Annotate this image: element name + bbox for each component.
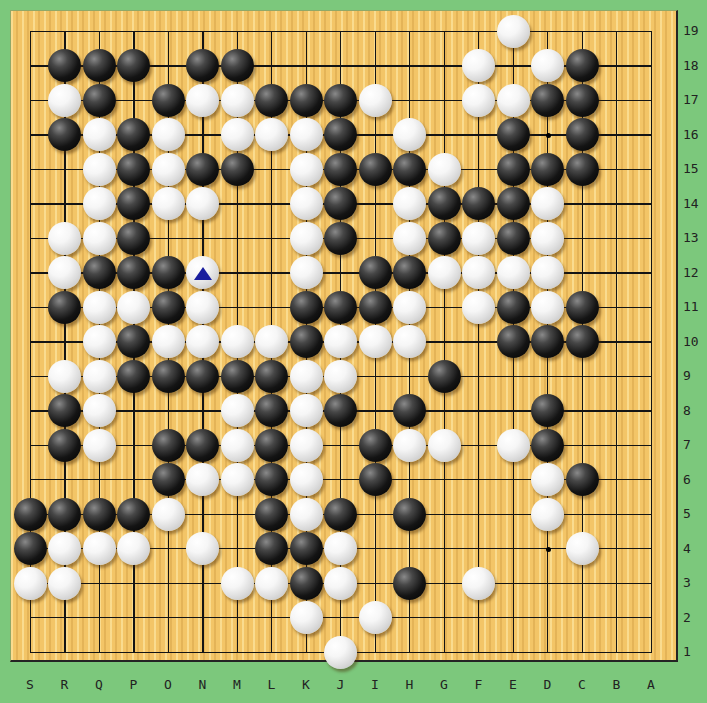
board-cell[interactable] <box>392 531 427 566</box>
board-cell[interactable] <box>116 566 151 601</box>
board-cell[interactable] <box>392 83 427 118</box>
board-cell[interactable] <box>323 324 358 359</box>
board-cell[interactable] <box>254 324 289 359</box>
board-cell[interactable] <box>496 14 531 49</box>
board-cell[interactable] <box>461 221 496 256</box>
board-cell[interactable] <box>530 14 565 49</box>
board-cell[interactable] <box>427 221 462 256</box>
board-cell[interactable] <box>289 221 324 256</box>
board-cell[interactable] <box>358 152 393 187</box>
board-cell[interactable] <box>82 290 117 325</box>
board-cell[interactable] <box>461 600 496 635</box>
board-cell[interactable] <box>185 152 220 187</box>
board-cell[interactable] <box>565 359 600 394</box>
board-cell[interactable] <box>116 255 151 290</box>
board-cell[interactable] <box>496 635 531 670</box>
board-cell[interactable] <box>599 48 634 83</box>
board-cell[interactable] <box>82 324 117 359</box>
board-cell[interactable] <box>461 531 496 566</box>
board-cell[interactable] <box>185 117 220 152</box>
board-cell[interactable] <box>82 531 117 566</box>
board-cell[interactable] <box>565 14 600 49</box>
board-cell[interactable] <box>220 600 255 635</box>
board-cell[interactable] <box>634 497 669 532</box>
board-cell[interactable] <box>461 290 496 325</box>
board-cell[interactable] <box>323 221 358 256</box>
board-cell[interactable] <box>47 393 82 428</box>
board-cell[interactable] <box>151 221 186 256</box>
board-cell[interactable] <box>496 359 531 394</box>
board-cell[interactable] <box>323 497 358 532</box>
board-cell[interactable] <box>427 324 462 359</box>
board-cell[interactable] <box>427 393 462 428</box>
board-cell[interactable] <box>151 290 186 325</box>
board-cell[interactable] <box>13 324 48 359</box>
board-cell[interactable] <box>289 324 324 359</box>
board-cell[interactable] <box>323 14 358 49</box>
board-cell[interactable] <box>289 566 324 601</box>
board-cell[interactable] <box>151 497 186 532</box>
board-cell[interactable] <box>496 531 531 566</box>
board-cell[interactable] <box>47 531 82 566</box>
board-cell[interactable] <box>496 497 531 532</box>
board-cell[interactable] <box>289 600 324 635</box>
board-cell[interactable] <box>358 393 393 428</box>
board-cell[interactable] <box>151 428 186 463</box>
board-cell[interactable] <box>323 359 358 394</box>
board-cell[interactable] <box>530 462 565 497</box>
board-cell[interactable] <box>254 290 289 325</box>
board-cell[interactable] <box>530 359 565 394</box>
board-cell[interactable] <box>185 186 220 221</box>
board-cell[interactable] <box>323 462 358 497</box>
board-cell[interactable] <box>116 221 151 256</box>
board-cell[interactable] <box>116 324 151 359</box>
board-cell[interactable] <box>151 462 186 497</box>
board-cell[interactable] <box>358 14 393 49</box>
board-cell[interactable] <box>13 83 48 118</box>
board-cell[interactable] <box>13 566 48 601</box>
board-cell[interactable] <box>116 600 151 635</box>
board-cell[interactable] <box>151 48 186 83</box>
board-cell[interactable] <box>530 600 565 635</box>
board-cell[interactable] <box>599 14 634 49</box>
board-cell[interactable] <box>185 255 220 290</box>
board-cell[interactable] <box>565 48 600 83</box>
board-cell[interactable] <box>634 531 669 566</box>
board-cell[interactable] <box>185 428 220 463</box>
board-cell[interactable] <box>392 635 427 670</box>
board-cell[interactable] <box>565 290 600 325</box>
board-cell[interactable] <box>289 255 324 290</box>
board-cell[interactable] <box>289 186 324 221</box>
board-cell[interactable] <box>47 255 82 290</box>
board-cell[interactable] <box>13 428 48 463</box>
board-cell[interactable] <box>565 428 600 463</box>
board-cell[interactable] <box>13 117 48 152</box>
board-cell[interactable] <box>254 635 289 670</box>
board-cell[interactable] <box>289 635 324 670</box>
board-cell[interactable] <box>392 462 427 497</box>
board-cell[interactable] <box>461 152 496 187</box>
board-cell[interactable] <box>47 48 82 83</box>
board-cell[interactable] <box>82 152 117 187</box>
board-cell[interactable] <box>47 221 82 256</box>
board-cell[interactable] <box>461 462 496 497</box>
board-cell[interactable] <box>220 152 255 187</box>
board-cell[interactable] <box>392 497 427 532</box>
board-cell[interactable] <box>599 83 634 118</box>
board-cell[interactable] <box>496 83 531 118</box>
board-cell[interactable] <box>13 48 48 83</box>
board-cell[interactable] <box>427 48 462 83</box>
board-cell[interactable] <box>254 600 289 635</box>
board-cell[interactable] <box>47 117 82 152</box>
board-cell[interactable] <box>289 497 324 532</box>
board-cell[interactable] <box>358 497 393 532</box>
board-cell[interactable] <box>461 393 496 428</box>
board-cell[interactable] <box>496 186 531 221</box>
board-cell[interactable] <box>82 186 117 221</box>
board-cell[interactable] <box>220 428 255 463</box>
board-cell[interactable] <box>323 531 358 566</box>
board-cell[interactable] <box>599 497 634 532</box>
board-cell[interactable] <box>254 428 289 463</box>
board-cell[interactable] <box>82 600 117 635</box>
board-cell[interactable] <box>496 600 531 635</box>
board-cell[interactable] <box>220 497 255 532</box>
board-cell[interactable] <box>323 290 358 325</box>
board-cell[interactable] <box>530 566 565 601</box>
board-cell[interactable] <box>565 497 600 532</box>
board-cell[interactable] <box>496 566 531 601</box>
board-cell[interactable] <box>392 117 427 152</box>
board-cell[interactable] <box>634 393 669 428</box>
board-cell[interactable] <box>254 186 289 221</box>
board-cell[interactable] <box>496 324 531 359</box>
board-cell[interactable] <box>254 152 289 187</box>
board-cell[interactable] <box>13 497 48 532</box>
board-cell[interactable] <box>599 462 634 497</box>
board-cell[interactable] <box>599 186 634 221</box>
board-cell[interactable] <box>530 635 565 670</box>
board-cell[interactable] <box>392 324 427 359</box>
board-cell[interactable] <box>565 393 600 428</box>
board-cell[interactable] <box>392 393 427 428</box>
board-cell[interactable] <box>427 14 462 49</box>
board-cell[interactable] <box>565 600 600 635</box>
board-cell[interactable] <box>358 428 393 463</box>
board-cell[interactable] <box>82 14 117 49</box>
board-cell[interactable] <box>461 186 496 221</box>
board-cell[interactable] <box>151 393 186 428</box>
board-cell[interactable] <box>358 566 393 601</box>
board-cell[interactable] <box>220 290 255 325</box>
board-cell[interactable] <box>116 531 151 566</box>
board-cell[interactable] <box>82 462 117 497</box>
board-cell[interactable] <box>13 186 48 221</box>
board-cell[interactable] <box>254 393 289 428</box>
board-cell[interactable] <box>461 48 496 83</box>
board-cell[interactable] <box>116 152 151 187</box>
board-cell[interactable] <box>496 117 531 152</box>
board-cell[interactable] <box>565 255 600 290</box>
board-cell[interactable] <box>358 324 393 359</box>
board-cell[interactable] <box>185 531 220 566</box>
board-cell[interactable] <box>323 255 358 290</box>
board-cell[interactable] <box>530 48 565 83</box>
board-cell[interactable] <box>13 600 48 635</box>
board-cell[interactable] <box>13 290 48 325</box>
board-cell[interactable] <box>530 290 565 325</box>
board-cell[interactable] <box>116 497 151 532</box>
board-cell[interactable] <box>185 497 220 532</box>
board-cell[interactable] <box>254 566 289 601</box>
board-cell[interactable] <box>565 152 600 187</box>
board-cell[interactable] <box>220 324 255 359</box>
board-cell[interactable] <box>289 152 324 187</box>
board-cell[interactable] <box>47 462 82 497</box>
board-cell[interactable] <box>185 635 220 670</box>
board-cell[interactable] <box>565 462 600 497</box>
board-cell[interactable] <box>358 359 393 394</box>
board-cell[interactable] <box>151 635 186 670</box>
board-cell[interactable] <box>47 635 82 670</box>
board-cell[interactable] <box>530 428 565 463</box>
board-cell[interactable] <box>185 324 220 359</box>
board-cell[interactable] <box>427 635 462 670</box>
board-cell[interactable] <box>634 83 669 118</box>
board-cell[interactable] <box>116 290 151 325</box>
board-cell[interactable] <box>116 48 151 83</box>
board-cell[interactable] <box>392 152 427 187</box>
board-cell[interactable] <box>599 221 634 256</box>
board-cell[interactable] <box>461 428 496 463</box>
board-cell[interactable] <box>565 83 600 118</box>
board-cell[interactable] <box>565 186 600 221</box>
board-cell[interactable] <box>82 359 117 394</box>
board-cell[interactable] <box>358 255 393 290</box>
board-cell[interactable] <box>599 117 634 152</box>
board-cell[interactable] <box>427 566 462 601</box>
board-cell[interactable] <box>220 14 255 49</box>
board-cell[interactable] <box>82 635 117 670</box>
board-cell[interactable] <box>47 497 82 532</box>
board-cell[interactable] <box>185 566 220 601</box>
board-cell[interactable] <box>220 462 255 497</box>
board-cell[interactable] <box>13 531 48 566</box>
board-cell[interactable] <box>634 635 669 670</box>
board-cell[interactable] <box>496 428 531 463</box>
board-cell[interactable] <box>151 117 186 152</box>
board-cell[interactable] <box>47 566 82 601</box>
board-cell[interactable] <box>220 531 255 566</box>
board-cell[interactable] <box>427 359 462 394</box>
board-cell[interactable] <box>151 324 186 359</box>
board-cell[interactable] <box>220 186 255 221</box>
board-cell[interactable] <box>358 462 393 497</box>
board-cell[interactable] <box>185 393 220 428</box>
board-cell[interactable] <box>634 462 669 497</box>
board-cell[interactable] <box>427 531 462 566</box>
board-cell[interactable] <box>634 324 669 359</box>
board-cell[interactable] <box>599 152 634 187</box>
board-cell[interactable] <box>496 255 531 290</box>
board-cell[interactable] <box>254 83 289 118</box>
board-cell[interactable] <box>82 83 117 118</box>
board-cell[interactable] <box>599 566 634 601</box>
board-cell[interactable] <box>13 221 48 256</box>
board-cell[interactable] <box>427 600 462 635</box>
board-cell[interactable] <box>82 428 117 463</box>
board-cell[interactable] <box>13 393 48 428</box>
board-cell[interactable] <box>151 14 186 49</box>
board-cell[interactable] <box>289 428 324 463</box>
board-cell[interactable] <box>82 117 117 152</box>
board-cell[interactable] <box>427 83 462 118</box>
board-cell[interactable] <box>289 83 324 118</box>
board-cell[interactable] <box>565 324 600 359</box>
board-cell[interactable] <box>634 566 669 601</box>
board-cell[interactable] <box>151 83 186 118</box>
board-cell[interactable] <box>289 117 324 152</box>
board-cell[interactable] <box>392 290 427 325</box>
board-cell[interactable] <box>530 497 565 532</box>
board-cell[interactable] <box>47 324 82 359</box>
board-cell[interactable] <box>461 14 496 49</box>
board-cell[interactable] <box>151 531 186 566</box>
board-cell[interactable] <box>47 600 82 635</box>
board-cell[interactable] <box>254 255 289 290</box>
board-cell[interactable] <box>427 290 462 325</box>
board-cell[interactable] <box>323 152 358 187</box>
board-cell[interactable] <box>254 14 289 49</box>
board-cell[interactable] <box>289 290 324 325</box>
board-cell[interactable] <box>461 497 496 532</box>
board-cell[interactable] <box>634 186 669 221</box>
board-cell[interactable] <box>565 117 600 152</box>
board-cell[interactable] <box>461 566 496 601</box>
board-cell[interactable] <box>358 600 393 635</box>
board-cell[interactable] <box>254 462 289 497</box>
board-cell[interactable] <box>565 566 600 601</box>
board-cell[interactable] <box>496 393 531 428</box>
board-cell[interactable] <box>565 635 600 670</box>
board-cell[interactable] <box>289 14 324 49</box>
board-cell[interactable] <box>220 393 255 428</box>
board-cell[interactable] <box>358 531 393 566</box>
board-cell[interactable] <box>13 359 48 394</box>
board-cell[interactable] <box>323 600 358 635</box>
board-cell[interactable] <box>47 359 82 394</box>
board-cell[interactable] <box>323 635 358 670</box>
board-cell[interactable] <box>185 462 220 497</box>
board-cell[interactable] <box>323 48 358 83</box>
board-cell[interactable] <box>530 393 565 428</box>
board-cell[interactable] <box>116 83 151 118</box>
board-cell[interactable] <box>116 635 151 670</box>
board-cell[interactable] <box>427 255 462 290</box>
board-cell[interactable] <box>461 635 496 670</box>
board-cell[interactable] <box>427 462 462 497</box>
board-cell[interactable] <box>13 255 48 290</box>
board-cell[interactable] <box>47 290 82 325</box>
board-cell[interactable] <box>185 221 220 256</box>
board-cell[interactable] <box>254 117 289 152</box>
board-cell[interactable] <box>496 462 531 497</box>
board-cell[interactable] <box>634 117 669 152</box>
board-cell[interactable] <box>47 83 82 118</box>
board-cell[interactable] <box>392 428 427 463</box>
board-cell[interactable] <box>599 255 634 290</box>
board-cell[interactable] <box>47 428 82 463</box>
board-cell[interactable] <box>116 117 151 152</box>
board-cell[interactable] <box>461 83 496 118</box>
board-cell[interactable] <box>289 393 324 428</box>
board-cell[interactable] <box>599 359 634 394</box>
board-cell[interactable] <box>289 462 324 497</box>
board-cell[interactable] <box>13 635 48 670</box>
board-cell[interactable] <box>13 462 48 497</box>
board-cell[interactable] <box>47 152 82 187</box>
board-cell[interactable] <box>530 117 565 152</box>
board-cell[interactable] <box>392 48 427 83</box>
board-cell[interactable] <box>323 566 358 601</box>
board-cell[interactable] <box>634 359 669 394</box>
board-cell[interactable] <box>427 152 462 187</box>
board-cell[interactable] <box>82 255 117 290</box>
board-cell[interactable] <box>323 83 358 118</box>
board-cell[interactable] <box>565 531 600 566</box>
board-cell[interactable] <box>634 428 669 463</box>
board-cell[interactable] <box>220 83 255 118</box>
board-cell[interactable] <box>323 428 358 463</box>
board-cell[interactable] <box>427 428 462 463</box>
board-cell[interactable] <box>323 186 358 221</box>
board-cell[interactable] <box>634 290 669 325</box>
board-cell[interactable] <box>461 359 496 394</box>
board-cell[interactable] <box>254 497 289 532</box>
board-cell[interactable] <box>496 290 531 325</box>
board-cell[interactable] <box>185 600 220 635</box>
board-cell[interactable] <box>220 117 255 152</box>
board-cell[interactable] <box>151 186 186 221</box>
board-cell[interactable] <box>116 359 151 394</box>
board-cell[interactable] <box>254 359 289 394</box>
board-cell[interactable] <box>358 83 393 118</box>
board-cell[interactable] <box>323 393 358 428</box>
board-cell[interactable] <box>151 359 186 394</box>
board-cell[interactable] <box>358 48 393 83</box>
board-cell[interactable] <box>599 635 634 670</box>
board-cell[interactable] <box>254 221 289 256</box>
board-cell[interactable] <box>289 531 324 566</box>
board-cell[interactable] <box>634 14 669 49</box>
board-cell[interactable] <box>220 635 255 670</box>
board-cell[interactable] <box>392 255 427 290</box>
board-cell[interactable] <box>220 255 255 290</box>
board-cell[interactable] <box>392 186 427 221</box>
board-cell[interactable] <box>461 255 496 290</box>
board-cell[interactable] <box>116 393 151 428</box>
board-cell[interactable] <box>530 324 565 359</box>
board-cell[interactable] <box>496 221 531 256</box>
board-cell[interactable] <box>358 635 393 670</box>
board-cell[interactable] <box>185 83 220 118</box>
board-cell[interactable] <box>220 566 255 601</box>
board-cell[interactable] <box>496 152 531 187</box>
board-cell[interactable] <box>634 48 669 83</box>
